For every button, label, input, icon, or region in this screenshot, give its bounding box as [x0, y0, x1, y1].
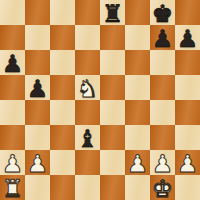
square-f5[interactable]	[125, 75, 150, 100]
square-g6[interactable]	[150, 50, 175, 75]
square-a5[interactable]	[0, 75, 25, 100]
piece-black-pawn: ♟	[152, 26, 174, 52]
square-h2[interactable]: ♟	[175, 150, 200, 175]
square-b6[interactable]	[25, 50, 50, 75]
square-e6[interactable]	[100, 50, 125, 75]
square-e4[interactable]	[100, 100, 125, 125]
square-g4[interactable]	[150, 100, 175, 125]
square-g5[interactable]	[150, 75, 175, 100]
piece-black-rook: ♜	[102, 1, 124, 27]
square-f8[interactable]	[125, 0, 150, 25]
square-d5[interactable]: ♞	[75, 75, 100, 100]
square-g1[interactable]: ♚	[150, 175, 175, 200]
square-d3[interactable]: ♝	[75, 125, 100, 150]
square-a7[interactable]	[0, 25, 25, 50]
square-b3[interactable]	[25, 125, 50, 150]
square-d8[interactable]	[75, 0, 100, 25]
square-c3[interactable]	[50, 125, 75, 150]
square-h4[interactable]	[175, 100, 200, 125]
square-a1[interactable]: ♜	[0, 175, 25, 200]
piece-white-pawn: ♟	[177, 151, 199, 177]
square-f1[interactable]	[125, 175, 150, 200]
chess-board: ♜♚♟♟♟♟♞♝♟♟♟♟♟♜♚	[0, 0, 200, 200]
square-f3[interactable]	[125, 125, 150, 150]
square-e5[interactable]	[100, 75, 125, 100]
square-h7[interactable]: ♟	[175, 25, 200, 50]
square-b7[interactable]	[25, 25, 50, 50]
square-d1[interactable]	[75, 175, 100, 200]
square-c5[interactable]	[50, 75, 75, 100]
piece-white-knight: ♞	[77, 76, 99, 102]
piece-black-bishop: ♝	[77, 126, 99, 152]
piece-black-king: ♚	[152, 1, 174, 27]
square-d4[interactable]	[75, 100, 100, 125]
square-a3[interactable]	[0, 125, 25, 150]
square-a6[interactable]: ♟	[0, 50, 25, 75]
square-d7[interactable]	[75, 25, 100, 50]
square-c8[interactable]	[50, 0, 75, 25]
square-a8[interactable]	[0, 0, 25, 25]
square-b1[interactable]	[25, 175, 50, 200]
square-h6[interactable]	[175, 50, 200, 75]
square-g7[interactable]: ♟	[150, 25, 175, 50]
square-g3[interactable]	[150, 125, 175, 150]
piece-black-pawn: ♟	[27, 76, 49, 102]
square-g8[interactable]: ♚	[150, 0, 175, 25]
square-b8[interactable]	[25, 0, 50, 25]
square-e8[interactable]: ♜	[100, 0, 125, 25]
square-f2[interactable]: ♟	[125, 150, 150, 175]
square-b5[interactable]: ♟	[25, 75, 50, 100]
square-e2[interactable]	[100, 150, 125, 175]
square-d6[interactable]	[75, 50, 100, 75]
piece-white-pawn: ♟	[127, 151, 149, 177]
square-a2[interactable]: ♟	[0, 150, 25, 175]
piece-white-pawn: ♟	[27, 151, 49, 177]
piece-white-pawn: ♟	[2, 151, 24, 177]
square-c1[interactable]	[50, 175, 75, 200]
piece-white-king: ♚	[152, 176, 174, 200]
piece-white-rook: ♜	[2, 176, 24, 200]
square-a4[interactable]	[0, 100, 25, 125]
square-e3[interactable]	[100, 125, 125, 150]
piece-black-pawn: ♟	[177, 26, 199, 52]
square-g2[interactable]: ♟	[150, 150, 175, 175]
piece-black-pawn: ♟	[2, 51, 24, 77]
square-f4[interactable]	[125, 100, 150, 125]
square-e7[interactable]	[100, 25, 125, 50]
square-c7[interactable]	[50, 25, 75, 50]
square-e1[interactable]	[100, 175, 125, 200]
square-b2[interactable]: ♟	[25, 150, 50, 175]
square-h1[interactable]	[175, 175, 200, 200]
square-f7[interactable]	[125, 25, 150, 50]
square-c4[interactable]	[50, 100, 75, 125]
square-d2[interactable]	[75, 150, 100, 175]
square-h5[interactable]	[175, 75, 200, 100]
square-h3[interactable]	[175, 125, 200, 150]
square-c6[interactable]	[50, 50, 75, 75]
square-c2[interactable]	[50, 150, 75, 175]
square-b4[interactable]	[25, 100, 50, 125]
square-h8[interactable]	[175, 0, 200, 25]
square-f6[interactable]	[125, 50, 150, 75]
piece-white-pawn: ♟	[152, 151, 174, 177]
